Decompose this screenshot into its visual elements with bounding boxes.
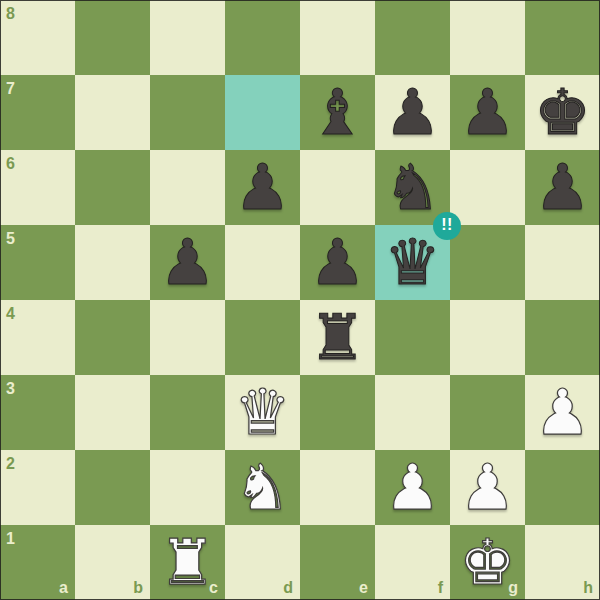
square-b7[interactable] [75, 75, 150, 150]
rank-label-8: 8 [6, 6, 15, 22]
rank-label-5: 5 [6, 231, 15, 247]
square-c1[interactable]: c♜ [150, 525, 225, 600]
square-f8[interactable] [375, 0, 450, 75]
square-b1[interactable]: b [75, 525, 150, 600]
square-f4[interactable] [375, 300, 450, 375]
file-label-h: h [583, 580, 593, 596]
square-d6[interactable]: ♟ [225, 150, 300, 225]
square-b3[interactable] [75, 375, 150, 450]
black-bishop-icon[interactable]: ♝ [300, 75, 375, 150]
square-e1[interactable]: e [300, 525, 375, 600]
square-h7[interactable]: ♚ [525, 75, 600, 150]
square-e8[interactable] [300, 0, 375, 75]
square-a6[interactable]: 6 [0, 150, 75, 225]
square-a2[interactable]: 2 [0, 450, 75, 525]
square-h3[interactable]: ♟ [525, 375, 600, 450]
square-f5[interactable]: ♛!! [375, 225, 450, 300]
square-g6[interactable] [450, 150, 525, 225]
square-a1[interactable]: 1a [0, 525, 75, 600]
black-pawn-icon[interactable]: ♟ [300, 225, 375, 300]
square-c5[interactable]: ♟ [150, 225, 225, 300]
square-e2[interactable] [300, 450, 375, 525]
square-g4[interactable] [450, 300, 525, 375]
square-d1[interactable]: d [225, 525, 300, 600]
square-h4[interactable] [525, 300, 600, 375]
square-a7[interactable]: 7 [0, 75, 75, 150]
square-g7[interactable]: ♟ [450, 75, 525, 150]
rank-label-4: 4 [6, 306, 15, 322]
square-a8[interactable]: 8 [0, 0, 75, 75]
square-d5[interactable] [225, 225, 300, 300]
square-f1[interactable]: f [375, 525, 450, 600]
black-rook-icon[interactable]: ♜ [300, 300, 375, 375]
square-c8[interactable] [150, 0, 225, 75]
board-grid: 87♝♟♟♚6♟♞♟5♟♟♛!!4♜3♛♟2♞♟♟1abc♜defg♚h [0, 0, 600, 600]
rank-label-6: 6 [6, 156, 15, 172]
square-c7[interactable] [150, 75, 225, 150]
white-knight-icon[interactable]: ♞ [225, 450, 300, 525]
square-d8[interactable] [225, 0, 300, 75]
black-pawn-icon[interactable]: ♟ [450, 75, 525, 150]
square-e7[interactable]: ♝ [300, 75, 375, 150]
square-h6[interactable]: ♟ [525, 150, 600, 225]
square-f3[interactable] [375, 375, 450, 450]
black-pawn-icon[interactable]: ♟ [150, 225, 225, 300]
square-a4[interactable]: 4 [0, 300, 75, 375]
square-g5[interactable] [450, 225, 525, 300]
square-d3[interactable]: ♛ [225, 375, 300, 450]
square-f2[interactable]: ♟ [375, 450, 450, 525]
black-pawn-icon[interactable]: ♟ [375, 75, 450, 150]
brilliant-move-badge: !! [433, 212, 461, 240]
square-h1[interactable]: h [525, 525, 600, 600]
square-f7[interactable]: ♟ [375, 75, 450, 150]
square-b6[interactable] [75, 150, 150, 225]
file-label-d: d [283, 580, 293, 596]
white-pawn-icon[interactable]: ♟ [450, 450, 525, 525]
square-a3[interactable]: 3 [0, 375, 75, 450]
square-c6[interactable] [150, 150, 225, 225]
square-b4[interactable] [75, 300, 150, 375]
square-h2[interactable] [525, 450, 600, 525]
white-queen-icon[interactable]: ♛ [225, 375, 300, 450]
square-g3[interactable] [450, 375, 525, 450]
square-e6[interactable] [300, 150, 375, 225]
square-d4[interactable] [225, 300, 300, 375]
white-pawn-icon[interactable]: ♟ [525, 375, 600, 450]
file-label-f: f [438, 580, 443, 596]
square-c3[interactable] [150, 375, 225, 450]
black-pawn-icon[interactable]: ♟ [225, 150, 300, 225]
file-label-b: b [133, 580, 143, 596]
rank-label-2: 2 [6, 456, 15, 472]
white-rook-icon[interactable]: ♜ [150, 525, 225, 600]
rank-label-7: 7 [6, 81, 15, 97]
black-pawn-icon[interactable]: ♟ [525, 150, 600, 225]
white-king-icon[interactable]: ♚ [450, 525, 525, 600]
square-g2[interactable]: ♟ [450, 450, 525, 525]
square-b2[interactable] [75, 450, 150, 525]
square-g1[interactable]: g♚ [450, 525, 525, 600]
square-e5[interactable]: ♟ [300, 225, 375, 300]
square-c4[interactable] [150, 300, 225, 375]
square-h5[interactable] [525, 225, 600, 300]
chess-board: 87♝♟♟♚6♟♞♟5♟♟♛!!4♜3♛♟2♞♟♟1abc♜defg♚h [0, 0, 600, 600]
rank-label-3: 3 [6, 381, 15, 397]
black-king-icon[interactable]: ♚ [525, 75, 600, 150]
square-e3[interactable] [300, 375, 375, 450]
square-b5[interactable] [75, 225, 150, 300]
white-pawn-icon[interactable]: ♟ [375, 450, 450, 525]
square-e4[interactable]: ♜ [300, 300, 375, 375]
rank-label-1: 1 [6, 531, 15, 547]
file-label-a: a [59, 580, 68, 596]
square-g8[interactable] [450, 0, 525, 75]
square-d2[interactable]: ♞ [225, 450, 300, 525]
square-a5[interactable]: 5 [0, 225, 75, 300]
square-d7[interactable] [225, 75, 300, 150]
square-c2[interactable] [150, 450, 225, 525]
file-label-e: e [359, 580, 368, 596]
square-b8[interactable] [75, 0, 150, 75]
square-h8[interactable] [525, 0, 600, 75]
